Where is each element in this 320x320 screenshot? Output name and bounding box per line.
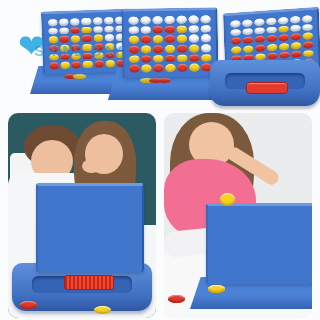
red-slider-bar bbox=[246, 82, 288, 94]
red-disc bbox=[267, 52, 277, 59]
white-disc bbox=[129, 17, 139, 25]
white-disc bbox=[243, 28, 253, 35]
red-disc bbox=[279, 51, 289, 58]
red-disc bbox=[60, 36, 69, 43]
yellow-disc bbox=[153, 55, 163, 63]
photo-children-playing bbox=[8, 113, 156, 318]
photo-girl-playing bbox=[164, 113, 312, 318]
yellow-disc bbox=[279, 43, 289, 50]
yellow-disc bbox=[165, 64, 175, 72]
yellow-disc bbox=[231, 46, 241, 53]
white-disc bbox=[93, 26, 102, 33]
red-disc bbox=[303, 41, 313, 48]
white-disc bbox=[165, 16, 175, 24]
white-disc bbox=[230, 20, 240, 27]
red-disc bbox=[94, 43, 103, 50]
red-disc bbox=[165, 55, 175, 63]
yellow-disc bbox=[177, 35, 187, 43]
yellow-disc bbox=[303, 50, 313, 57]
yellow-disc bbox=[93, 35, 102, 42]
white-disc bbox=[254, 18, 264, 25]
girl-hand bbox=[82, 159, 101, 173]
red-disc bbox=[153, 45, 163, 53]
white-disc bbox=[255, 27, 265, 34]
red-disc bbox=[165, 35, 175, 43]
white-disc bbox=[231, 29, 241, 36]
red-disc bbox=[129, 65, 139, 73]
red-disc bbox=[71, 44, 80, 51]
white-disc bbox=[153, 16, 163, 24]
white-disc bbox=[266, 26, 276, 33]
white-disc bbox=[189, 25, 199, 33]
yellow-disc bbox=[177, 25, 187, 33]
yellow-disc bbox=[141, 45, 151, 53]
yellow-disc bbox=[73, 74, 86, 79]
white-disc bbox=[290, 25, 300, 32]
white-disc bbox=[302, 15, 312, 22]
white-disc bbox=[302, 24, 312, 31]
yellow-disc bbox=[129, 55, 139, 63]
red-slider-bar bbox=[64, 275, 114, 290]
tray-discs bbox=[64, 74, 82, 79]
white-disc bbox=[290, 16, 300, 23]
yellow-disc bbox=[165, 45, 175, 53]
yellow-disc bbox=[303, 32, 313, 39]
white-disc bbox=[242, 19, 252, 26]
connect-four-grid bbox=[43, 191, 137, 267]
white-disc bbox=[141, 16, 151, 24]
white-disc bbox=[129, 26, 139, 34]
white-disc bbox=[70, 18, 79, 25]
red-disc bbox=[94, 61, 103, 68]
red-disc bbox=[255, 44, 265, 51]
yellow-disc bbox=[49, 36, 58, 43]
red-disc bbox=[141, 36, 151, 44]
red-disc bbox=[129, 46, 139, 54]
white-disc bbox=[189, 35, 199, 43]
yellow-disc bbox=[278, 25, 288, 32]
white-disc bbox=[48, 19, 57, 26]
yellow-disc bbox=[189, 44, 199, 52]
red-disc bbox=[189, 54, 199, 62]
red-disc bbox=[291, 33, 301, 40]
yellow-disc bbox=[129, 36, 139, 44]
yellow-disc-being-dropped bbox=[220, 193, 235, 206]
red-disc bbox=[153, 26, 163, 34]
yellow-disc bbox=[83, 44, 92, 51]
game-board-panel bbox=[206, 203, 312, 284]
yellow-disc bbox=[208, 285, 225, 293]
red-disc bbox=[141, 55, 151, 63]
game-board-panel bbox=[36, 183, 144, 272]
white-disc bbox=[266, 18, 276, 25]
product-shot-3 bbox=[210, 6, 320, 106]
yellow-disc bbox=[189, 64, 199, 72]
red-disc bbox=[255, 36, 265, 43]
red-disc bbox=[291, 51, 301, 58]
game-board-panel bbox=[121, 7, 218, 78]
white-disc bbox=[82, 18, 91, 25]
red-disc bbox=[153, 64, 163, 72]
yellow-disc bbox=[72, 53, 81, 60]
red-disc bbox=[158, 78, 171, 83]
red-disc bbox=[61, 53, 70, 60]
white-disc bbox=[278, 17, 288, 24]
connect-four-grid bbox=[213, 211, 307, 279]
red-disc bbox=[50, 62, 59, 69]
yellow-disc bbox=[153, 35, 163, 43]
yellow-disc bbox=[291, 42, 301, 49]
yellow-disc bbox=[177, 54, 187, 62]
yellow-disc bbox=[94, 52, 103, 59]
connect-four-grid bbox=[129, 15, 212, 72]
red-disc bbox=[71, 27, 80, 34]
red-disc bbox=[177, 45, 187, 53]
red-disc bbox=[267, 35, 277, 42]
white-disc bbox=[93, 17, 102, 24]
white-disc bbox=[177, 16, 187, 24]
red-disc bbox=[168, 295, 185, 303]
red-disc bbox=[165, 26, 175, 34]
yellow-disc bbox=[243, 45, 253, 52]
yellow-disc bbox=[267, 44, 277, 51]
red-disc bbox=[82, 35, 91, 42]
red-disc bbox=[83, 52, 92, 59]
yellow-disc bbox=[49, 54, 58, 61]
white-disc bbox=[189, 15, 199, 23]
yellow-disc bbox=[61, 62, 70, 69]
yellow-disc bbox=[141, 65, 151, 73]
yellow-disc bbox=[60, 45, 69, 52]
red-disc bbox=[279, 34, 289, 41]
yellow-disc bbox=[94, 306, 111, 314]
white-disc bbox=[49, 28, 58, 35]
white-disc bbox=[59, 19, 68, 26]
red-disc bbox=[243, 37, 253, 44]
tray-discs bbox=[140, 78, 167, 83]
red-disc bbox=[231, 37, 241, 44]
product-collage: ❤ SHINE BAY bbox=[0, 0, 320, 320]
red-disc bbox=[20, 301, 37, 309]
yellow-disc bbox=[71, 36, 80, 43]
yellow-disc bbox=[83, 61, 92, 68]
red-disc bbox=[177, 64, 187, 72]
white-disc bbox=[141, 26, 151, 34]
red-disc bbox=[49, 45, 58, 52]
white-disc bbox=[60, 27, 69, 34]
yellow-disc bbox=[82, 27, 91, 34]
product-shot-2 bbox=[108, 2, 220, 106]
red-disc bbox=[72, 62, 81, 69]
